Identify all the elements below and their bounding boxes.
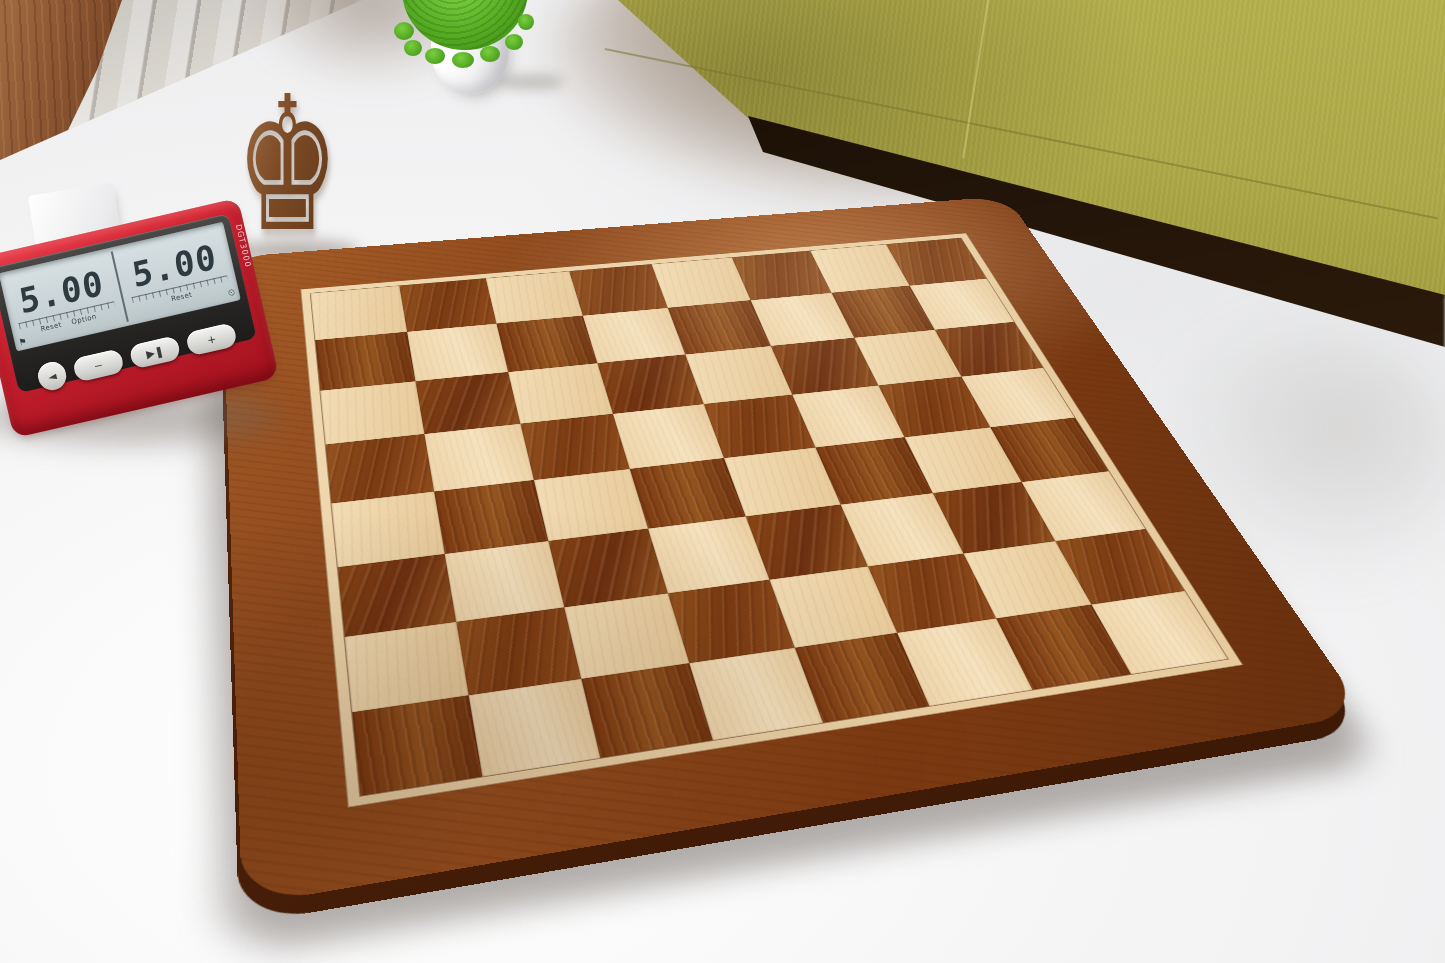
plant-tuft [505, 34, 523, 50]
clock-button-sound: ◄ [35, 359, 69, 393]
timer-icon: ⏲ [227, 287, 236, 299]
board-square [399, 278, 496, 331]
plant-shadow [498, 74, 564, 90]
chess-board [222, 196, 1366, 906]
flag-icon: ⚑ [18, 336, 28, 348]
clock-display-left: 5.00 Reset Option ⚑ [0, 248, 128, 352]
plant-tuft [452, 52, 474, 68]
board-square [583, 308, 685, 363]
clock-display-right: 5.00 Reset ⏲ [112, 222, 241, 326]
plant-tuft [404, 40, 422, 56]
plant-tuft [425, 48, 445, 64]
board-square [485, 271, 583, 323]
plant-tuft [394, 22, 414, 40]
photo-scene: ♚ 5.00 Reset Option ⚑ [0, 0, 1445, 963]
plant-tuft [518, 14, 534, 30]
board-grid [311, 238, 1228, 796]
board-square [569, 264, 667, 315]
king-piece: ♚ [233, 70, 342, 260]
plant-tuft [480, 46, 500, 62]
